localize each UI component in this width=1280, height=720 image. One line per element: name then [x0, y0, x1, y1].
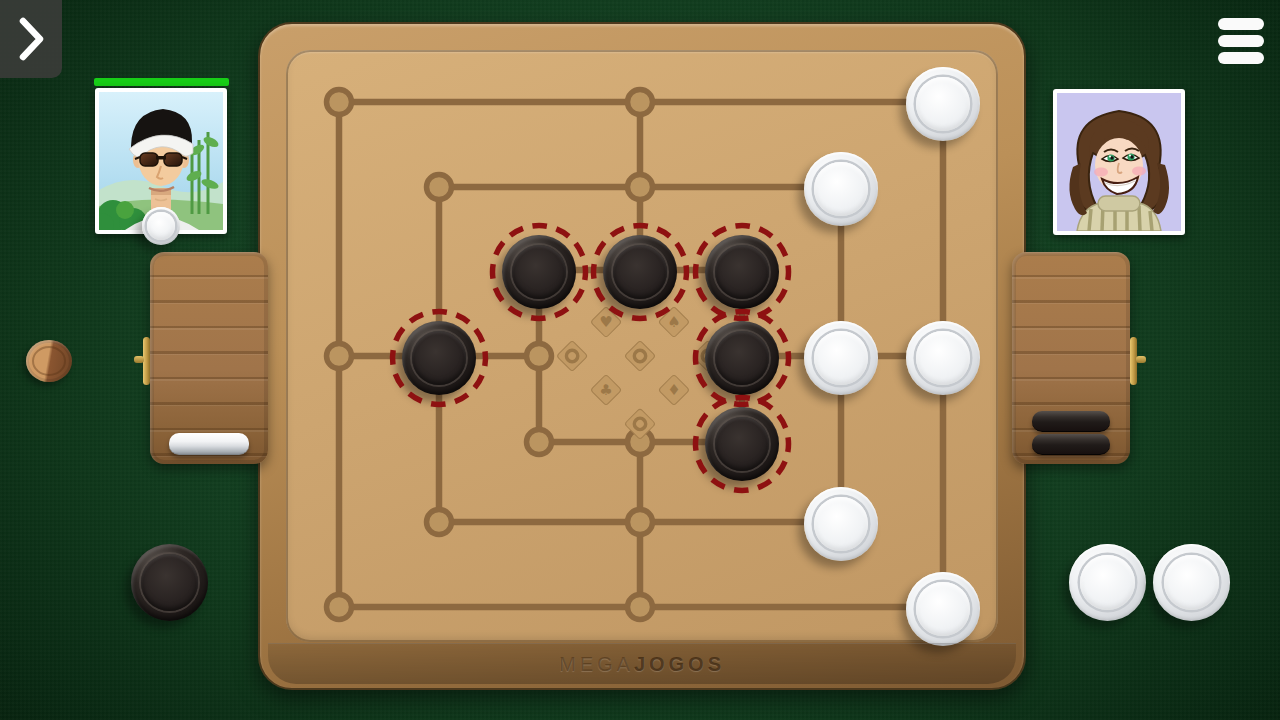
black-piece-d5[interactable] — [603, 235, 677, 309]
brand-jogos: JOGOS — [634, 653, 725, 676]
timer-fill — [94, 78, 229, 86]
game-table: ♠ ♥ ♦ ♣ MEGAJOGOS — [0, 0, 1280, 720]
right-avatar-image — [1057, 93, 1181, 231]
white-tray-slot — [150, 433, 268, 455]
captured-black-pieces — [131, 544, 208, 621]
wooden-disc — [26, 340, 72, 382]
left-player-timer-bar — [94, 78, 229, 86]
white-piece-f4[interactable] — [804, 321, 878, 395]
white-piece[interactable] — [1153, 544, 1230, 621]
black-piece[interactable] — [131, 544, 208, 621]
menu-button[interactable] — [1212, 12, 1266, 70]
left-tray-handle-icon — [134, 337, 150, 385]
white-piece-f6[interactable] — [804, 152, 878, 226]
left-player-color-badge — [142, 207, 180, 245]
hamburger-icon — [1218, 18, 1264, 30]
white-piece-g4[interactable] — [906, 321, 980, 395]
black-side-piece[interactable] — [1032, 434, 1110, 455]
black-piece-b4[interactable] — [402, 321, 476, 395]
black-piece-e4[interactable] — [705, 321, 779, 395]
white-piece-tray[interactable] — [150, 252, 268, 464]
pieces-layer — [260, 24, 1024, 688]
captured-white-pieces — [1069, 544, 1230, 621]
white-piece-g7[interactable] — [906, 67, 980, 141]
right-tray-handle-icon — [1130, 337, 1146, 385]
white-side-piece[interactable] — [169, 433, 249, 455]
expand-panel-button[interactable] — [0, 0, 62, 78]
black-side-piece[interactable] — [1032, 411, 1110, 432]
black-piece-e5[interactable] — [705, 235, 779, 309]
brand-mega: MEGA — [559, 653, 634, 676]
morris-board[interactable]: ♠ ♥ ♦ ♣ MEGAJOGOS — [258, 22, 1026, 690]
white-piece[interactable] — [1069, 544, 1146, 621]
black-tray-slot — [1012, 411, 1130, 455]
white-piece-g1[interactable] — [906, 572, 980, 646]
white-piece-f2[interactable] — [804, 487, 878, 561]
brand-band: MEGAJOGOS — [268, 643, 1016, 684]
chevron-right-icon — [9, 11, 53, 67]
left-player-color-badge-piece[interactable] — [142, 207, 180, 245]
black-piece-e3[interactable] — [705, 407, 779, 481]
black-piece-c5[interactable] — [502, 235, 576, 309]
black-piece-tray[interactable] — [1012, 252, 1130, 464]
right-player-avatar[interactable] — [1053, 89, 1185, 235]
